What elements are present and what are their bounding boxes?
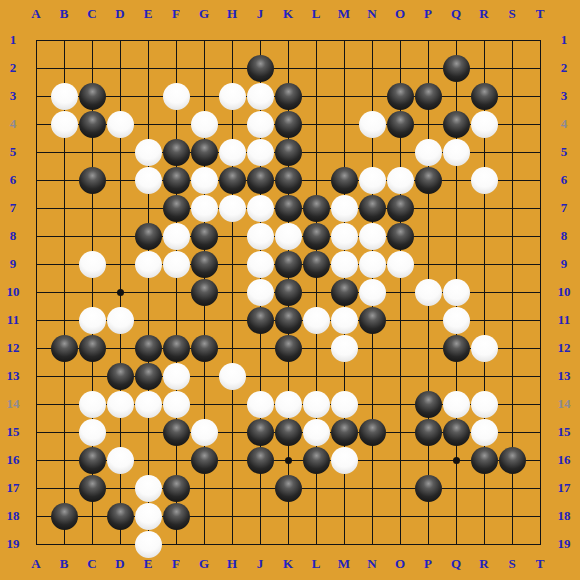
white-stone-Q10 [443, 279, 470, 306]
left-coord-3: 3 [10, 88, 17, 104]
black-stone-C4 [79, 111, 106, 138]
black-stone-F6 [163, 167, 190, 194]
black-stone-P15 [415, 419, 442, 446]
black-stone-G5 [191, 139, 218, 166]
black-stone-C17 [79, 475, 106, 502]
top-coord-F: F [172, 6, 180, 22]
white-stone-G15 [191, 419, 218, 446]
top-coord-O: O [395, 6, 405, 22]
bottom-coord-M: M [338, 556, 350, 572]
left-coord-9: 9 [10, 256, 17, 272]
right-coord-19: 19 [558, 536, 571, 552]
white-stone-Q14 [443, 391, 470, 418]
black-stone-G8 [191, 223, 218, 250]
left-coord-13: 13 [7, 368, 20, 384]
black-stone-D18 [107, 503, 134, 530]
white-stone-N8 [359, 223, 386, 250]
left-coord-15: 15 [7, 424, 20, 440]
white-stone-J9 [247, 251, 274, 278]
black-stone-G10 [191, 279, 218, 306]
white-stone-J3 [247, 83, 274, 110]
white-stone-J8 [247, 223, 274, 250]
white-stone-N10 [359, 279, 386, 306]
white-stone-D16 [107, 447, 134, 474]
black-stone-B18 [51, 503, 78, 530]
black-stone-G9 [191, 251, 218, 278]
black-stone-K10 [275, 279, 302, 306]
black-stone-R3 [471, 83, 498, 110]
hoshi-K16 [285, 457, 292, 464]
black-stone-B12 [51, 335, 78, 362]
white-stone-F13 [163, 363, 190, 390]
left-coord-17: 17 [7, 480, 20, 496]
black-stone-J2 [247, 55, 274, 82]
black-stone-J6 [247, 167, 274, 194]
black-stone-R16 [471, 447, 498, 474]
white-stone-E17 [135, 475, 162, 502]
black-stone-N15 [359, 419, 386, 446]
black-stone-O4 [387, 111, 414, 138]
black-stone-K7 [275, 195, 302, 222]
black-stone-C6 [79, 167, 106, 194]
white-stone-O6 [387, 167, 414, 194]
black-stone-K15 [275, 419, 302, 446]
left-coord-12: 12 [7, 340, 20, 356]
white-stone-H13 [219, 363, 246, 390]
white-stone-C14 [79, 391, 106, 418]
white-stone-M7 [331, 195, 358, 222]
black-stone-Q4 [443, 111, 470, 138]
white-stone-H3 [219, 83, 246, 110]
left-coord-5: 5 [10, 144, 17, 160]
black-stone-E13 [135, 363, 162, 390]
black-stone-K6 [275, 167, 302, 194]
white-stone-K8 [275, 223, 302, 250]
white-stone-F3 [163, 83, 190, 110]
white-stone-E19 [135, 531, 162, 558]
white-stone-C15 [79, 419, 106, 446]
black-stone-F18 [163, 503, 190, 530]
bottom-coord-G: G [199, 556, 209, 572]
white-stone-G4 [191, 111, 218, 138]
left-coord-8: 8 [10, 228, 17, 244]
left-coord-19: 19 [7, 536, 20, 552]
black-stone-F15 [163, 419, 190, 446]
left-coord-4: 4 [10, 116, 17, 132]
white-stone-R4 [471, 111, 498, 138]
black-stone-F7 [163, 195, 190, 222]
white-stone-P10 [415, 279, 442, 306]
hoshi-D10 [117, 289, 124, 296]
top-coord-B: B [60, 6, 69, 22]
black-stone-D13 [107, 363, 134, 390]
left-coord-16: 16 [7, 452, 20, 468]
top-coord-M: M [338, 6, 350, 22]
black-stone-F17 [163, 475, 190, 502]
white-stone-N4 [359, 111, 386, 138]
white-stone-M16 [331, 447, 358, 474]
white-stone-Q5 [443, 139, 470, 166]
white-stone-E18 [135, 503, 162, 530]
left-coord-14: 14 [7, 396, 20, 412]
top-coord-A: A [31, 6, 40, 22]
hoshi-Q16 [453, 457, 460, 464]
right-coord-8: 8 [561, 228, 568, 244]
right-coord-9: 9 [561, 256, 568, 272]
white-stone-H5 [219, 139, 246, 166]
white-stone-P5 [415, 139, 442, 166]
top-coord-S: S [508, 6, 515, 22]
white-stone-J5 [247, 139, 274, 166]
bottom-coord-C: C [87, 556, 96, 572]
white-stone-R15 [471, 419, 498, 446]
black-stone-O3 [387, 83, 414, 110]
black-stone-C16 [79, 447, 106, 474]
bottom-coord-S: S [508, 556, 515, 572]
white-stone-M8 [331, 223, 358, 250]
go-board[interactable]: AABBCCDDEEFFGGHHJJKKLLMMNNOOPPQQRRSSTT11… [0, 0, 580, 580]
white-stone-D4 [107, 111, 134, 138]
white-stone-E5 [135, 139, 162, 166]
white-stone-R14 [471, 391, 498, 418]
right-coord-7: 7 [561, 200, 568, 216]
bottom-coord-F: F [172, 556, 180, 572]
right-coord-10: 10 [558, 284, 571, 300]
bottom-coord-J: J [257, 556, 264, 572]
black-stone-G12 [191, 335, 218, 362]
white-stone-M12 [331, 335, 358, 362]
white-stone-C9 [79, 251, 106, 278]
white-stone-Q11 [443, 307, 470, 334]
white-stone-N6 [359, 167, 386, 194]
white-stone-E14 [135, 391, 162, 418]
right-coord-14: 14 [558, 396, 571, 412]
black-stone-Q12 [443, 335, 470, 362]
top-coord-G: G [199, 6, 209, 22]
right-coord-5: 5 [561, 144, 568, 160]
right-coord-18: 18 [558, 508, 571, 524]
right-coord-17: 17 [558, 480, 571, 496]
white-stone-E9 [135, 251, 162, 278]
black-stone-L7 [303, 195, 330, 222]
black-stone-M6 [331, 167, 358, 194]
white-stone-M14 [331, 391, 358, 418]
right-coord-1: 1 [561, 32, 568, 48]
white-stone-B4 [51, 111, 78, 138]
white-stone-G7 [191, 195, 218, 222]
bottom-coord-P: P [424, 556, 432, 572]
white-stone-F9 [163, 251, 190, 278]
right-coord-6: 6 [561, 172, 568, 188]
white-stone-J7 [247, 195, 274, 222]
black-stone-F12 [163, 335, 190, 362]
top-coord-E: E [144, 6, 153, 22]
white-stone-C11 [79, 307, 106, 334]
black-stone-Q15 [443, 419, 470, 446]
left-coord-10: 10 [7, 284, 20, 300]
black-stone-S16 [499, 447, 526, 474]
white-stone-D14 [107, 391, 134, 418]
right-coord-11: 11 [558, 312, 570, 328]
white-stone-H7 [219, 195, 246, 222]
white-stone-J10 [247, 279, 274, 306]
white-stone-J14 [247, 391, 274, 418]
white-stone-L15 [303, 419, 330, 446]
white-stone-E6 [135, 167, 162, 194]
left-coord-18: 18 [7, 508, 20, 524]
left-coord-1: 1 [10, 32, 17, 48]
white-stone-M11 [331, 307, 358, 334]
black-stone-J15 [247, 419, 274, 446]
bottom-coord-N: N [367, 556, 376, 572]
black-stone-J16 [247, 447, 274, 474]
bottom-coord-H: H [227, 556, 237, 572]
black-stone-G16 [191, 447, 218, 474]
black-stone-O8 [387, 223, 414, 250]
black-stone-P17 [415, 475, 442, 502]
bottom-coord-Q: Q [451, 556, 461, 572]
black-stone-C12 [79, 335, 106, 362]
white-stone-N9 [359, 251, 386, 278]
right-coord-13: 13 [558, 368, 571, 384]
bottom-coord-O: O [395, 556, 405, 572]
top-coord-H: H [227, 6, 237, 22]
right-coord-12: 12 [558, 340, 571, 356]
black-stone-L16 [303, 447, 330, 474]
left-coord-2: 2 [10, 60, 17, 76]
black-stone-P6 [415, 167, 442, 194]
white-stone-D11 [107, 307, 134, 334]
bottom-coord-R: R [479, 556, 488, 572]
black-stone-P3 [415, 83, 442, 110]
top-coord-T: T [536, 6, 545, 22]
white-stone-L14 [303, 391, 330, 418]
white-stone-F14 [163, 391, 190, 418]
bottom-coord-K: K [283, 556, 293, 572]
white-stone-F8 [163, 223, 190, 250]
bottom-coord-A: A [31, 556, 40, 572]
black-stone-H6 [219, 167, 246, 194]
right-coord-15: 15 [558, 424, 571, 440]
black-stone-L9 [303, 251, 330, 278]
black-stone-K11 [275, 307, 302, 334]
top-coord-C: C [87, 6, 96, 22]
black-stone-L8 [303, 223, 330, 250]
white-stone-B3 [51, 83, 78, 110]
top-coord-J: J [257, 6, 264, 22]
white-stone-K14 [275, 391, 302, 418]
white-stone-R12 [471, 335, 498, 362]
white-stone-R6 [471, 167, 498, 194]
black-stone-K5 [275, 139, 302, 166]
black-stone-F5 [163, 139, 190, 166]
black-stone-N11 [359, 307, 386, 334]
white-stone-G6 [191, 167, 218, 194]
white-stone-L11 [303, 307, 330, 334]
bottom-coord-T: T [536, 556, 545, 572]
bottom-coord-E: E [144, 556, 153, 572]
black-stone-E12 [135, 335, 162, 362]
right-coord-16: 16 [558, 452, 571, 468]
bottom-coord-B: B [60, 556, 69, 572]
black-stone-M10 [331, 279, 358, 306]
top-coord-P: P [424, 6, 432, 22]
white-stone-O9 [387, 251, 414, 278]
left-coord-6: 6 [10, 172, 17, 188]
black-stone-K9 [275, 251, 302, 278]
black-stone-O7 [387, 195, 414, 222]
black-stone-N7 [359, 195, 386, 222]
bottom-coord-L: L [312, 556, 321, 572]
right-coord-3: 3 [561, 88, 568, 104]
left-coord-11: 11 [7, 312, 19, 328]
bottom-coord-D: D [115, 556, 124, 572]
black-stone-J11 [247, 307, 274, 334]
top-coord-K: K [283, 6, 293, 22]
black-stone-P14 [415, 391, 442, 418]
black-stone-C3 [79, 83, 106, 110]
black-stone-K4 [275, 111, 302, 138]
top-coord-L: L [312, 6, 321, 22]
white-stone-M9 [331, 251, 358, 278]
black-stone-K17 [275, 475, 302, 502]
black-stone-E8 [135, 223, 162, 250]
right-coord-2: 2 [561, 60, 568, 76]
top-coord-D: D [115, 6, 124, 22]
black-stone-K12 [275, 335, 302, 362]
right-coord-4: 4 [561, 116, 568, 132]
left-coord-7: 7 [10, 200, 17, 216]
top-coord-N: N [367, 6, 376, 22]
white-stone-J4 [247, 111, 274, 138]
black-stone-M15 [331, 419, 358, 446]
black-stone-K3 [275, 83, 302, 110]
black-stone-Q2 [443, 55, 470, 82]
top-coord-Q: Q [451, 6, 461, 22]
top-coord-R: R [479, 6, 488, 22]
